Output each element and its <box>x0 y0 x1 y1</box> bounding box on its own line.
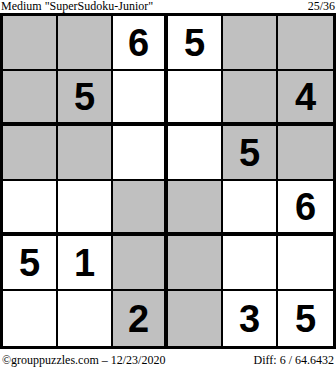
puzzle-title: Medium "SuperSudoku-Junior" <box>1 0 153 12</box>
cell-r1c4[interactable]: 5 <box>168 16 223 71</box>
cell-r6c3[interactable]: 2 <box>113 291 168 346</box>
cell-r1c3[interactable]: 6 <box>113 16 168 71</box>
cell-r5c5[interactable] <box>223 236 278 291</box>
cell-r5c4[interactable] <box>168 236 223 291</box>
difficulty-text: Diff: 6 / 64.6432 <box>254 353 334 368</box>
cell-r1c6[interactable] <box>278 16 333 71</box>
cell-r5c1[interactable]: 5 <box>3 236 58 291</box>
cell-r2c4[interactable] <box>168 71 223 126</box>
cell-r3c6[interactable] <box>278 126 333 181</box>
footer-bar: ©grouppuzzles.com – 12/23/2020 Diff: 6 /… <box>0 349 336 370</box>
cell-r5c6[interactable] <box>278 236 333 291</box>
cell-r3c1[interactable] <box>3 126 58 181</box>
cell-r3c5[interactable]: 5 <box>223 126 278 181</box>
copyright-text: ©grouppuzzles.com – 12/23/2020 <box>2 353 165 368</box>
clue-counter: 25/36 <box>308 0 335 12</box>
cell-r2c1[interactable] <box>3 71 58 126</box>
sudoku-board: 65545651235 <box>0 13 336 349</box>
cell-r2c2[interactable]: 5 <box>58 71 113 126</box>
cell-r4c5[interactable] <box>223 181 278 236</box>
cell-r5c3[interactable] <box>113 236 168 291</box>
cell-r2c5[interactable] <box>223 71 278 126</box>
cell-r4c1[interactable] <box>3 181 58 236</box>
cell-r6c2[interactable] <box>58 291 113 346</box>
cell-r4c3[interactable] <box>113 181 168 236</box>
cell-r6c6[interactable]: 5 <box>278 291 333 346</box>
header-bar: Medium "SuperSudoku-Junior" 25/36 <box>0 0 336 13</box>
cell-r6c1[interactable] <box>3 291 58 346</box>
cell-r4c6[interactable]: 6 <box>278 181 333 236</box>
cell-r6c5[interactable]: 3 <box>223 291 278 346</box>
cell-r1c2[interactable] <box>58 16 113 71</box>
cell-r4c2[interactable] <box>58 181 113 236</box>
cell-r1c1[interactable] <box>3 16 58 71</box>
cell-r4c4[interactable] <box>168 181 223 236</box>
cell-r3c2[interactable] <box>58 126 113 181</box>
cell-r3c3[interactable] <box>113 126 168 181</box>
cell-r1c5[interactable] <box>223 16 278 71</box>
cell-r5c2[interactable]: 1 <box>58 236 113 291</box>
cell-r6c4[interactable] <box>168 291 223 346</box>
cell-r2c6[interactable]: 4 <box>278 71 333 126</box>
cell-r2c3[interactable] <box>113 71 168 126</box>
cell-r3c4[interactable] <box>168 126 223 181</box>
